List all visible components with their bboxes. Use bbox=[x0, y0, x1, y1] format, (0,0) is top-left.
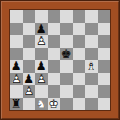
square-d7[interactable] bbox=[48, 23, 61, 36]
square-a4[interactable]: ♟ bbox=[10, 60, 23, 73]
piece-glyph: ♙ bbox=[35, 35, 48, 48]
square-f3[interactable] bbox=[73, 73, 86, 86]
square-e4[interactable] bbox=[60, 60, 73, 73]
square-c3[interactable]: ♟♙ bbox=[35, 73, 48, 86]
white-pawn-a3: ♟♙ bbox=[10, 73, 23, 86]
square-h3[interactable] bbox=[98, 73, 111, 86]
square-a1[interactable]: ♜ bbox=[10, 98, 23, 111]
square-b1[interactable] bbox=[23, 98, 36, 111]
square-b2[interactable]: ♟♙ bbox=[23, 85, 36, 98]
square-e6[interactable] bbox=[60, 35, 73, 48]
piece-glyph: ♜ bbox=[10, 98, 23, 111]
square-d1[interactable]: ♚♔ bbox=[48, 98, 61, 111]
square-f4[interactable] bbox=[73, 60, 86, 73]
white-pawn-b2: ♟♙ bbox=[23, 85, 36, 98]
white-king-d1: ♚♔ bbox=[48, 98, 61, 111]
chess-board: ♟♟♙♚♟♟♝♗♟♙♟♟♙♟♙♜♞♘♚♔ bbox=[10, 10, 110, 110]
square-b5[interactable] bbox=[23, 48, 36, 61]
square-f7[interactable] bbox=[73, 23, 86, 36]
square-g3[interactable] bbox=[85, 73, 98, 86]
square-a7[interactable] bbox=[10, 23, 23, 36]
white-pawn-c3: ♟♙ bbox=[35, 73, 48, 86]
square-a6[interactable] bbox=[10, 35, 23, 48]
piece-glyph: ♙ bbox=[10, 73, 23, 86]
square-e8[interactable] bbox=[60, 10, 73, 23]
square-h4[interactable] bbox=[98, 60, 111, 73]
square-d2[interactable] bbox=[48, 85, 61, 98]
square-g4[interactable]: ♝♗ bbox=[85, 60, 98, 73]
piece-glyph: ♟ bbox=[10, 60, 23, 73]
square-h8[interactable] bbox=[98, 10, 111, 23]
square-c2[interactable] bbox=[35, 85, 48, 98]
piece-glyph: ♙ bbox=[35, 73, 48, 86]
square-g2[interactable] bbox=[85, 85, 98, 98]
square-d4[interactable] bbox=[48, 60, 61, 73]
black-pawn-a4: ♟ bbox=[10, 60, 23, 73]
square-g1[interactable] bbox=[85, 98, 98, 111]
square-g6[interactable] bbox=[85, 35, 98, 48]
black-king-e5: ♚ bbox=[60, 48, 73, 61]
square-e7[interactable] bbox=[60, 23, 73, 36]
white-bishop-g4: ♝♗ bbox=[85, 60, 98, 73]
square-e3[interactable] bbox=[60, 73, 73, 86]
board-frame: ♟♟♙♚♟♟♝♗♟♙♟♟♙♟♙♜♞♘♚♔ bbox=[0, 0, 120, 120]
black-rook-a1: ♜ bbox=[10, 98, 23, 111]
square-b7[interactable] bbox=[23, 23, 36, 36]
black-pawn-c4: ♟ bbox=[35, 60, 48, 73]
square-h6[interactable] bbox=[98, 35, 111, 48]
piece-glyph: ♘ bbox=[35, 98, 48, 111]
square-h7[interactable] bbox=[98, 23, 111, 36]
square-d8[interactable] bbox=[48, 10, 61, 23]
square-d6[interactable] bbox=[48, 35, 61, 48]
square-h2[interactable] bbox=[98, 85, 111, 98]
square-b8[interactable] bbox=[23, 10, 36, 23]
square-f1[interactable] bbox=[73, 98, 86, 111]
square-h1[interactable] bbox=[98, 98, 111, 111]
white-knight-c1: ♞♘ bbox=[35, 98, 48, 111]
square-e1[interactable] bbox=[60, 98, 73, 111]
square-f6[interactable] bbox=[73, 35, 86, 48]
square-g7[interactable] bbox=[85, 23, 98, 36]
piece-glyph: ♙ bbox=[23, 85, 36, 98]
square-a8[interactable] bbox=[10, 10, 23, 23]
square-c6[interactable]: ♟♙ bbox=[35, 35, 48, 48]
square-f8[interactable] bbox=[73, 10, 86, 23]
square-b4[interactable] bbox=[23, 60, 36, 73]
square-c4[interactable]: ♟ bbox=[35, 60, 48, 73]
square-f5[interactable] bbox=[73, 48, 86, 61]
square-c8[interactable] bbox=[35, 10, 48, 23]
square-d3[interactable] bbox=[48, 73, 61, 86]
piece-glyph: ♚ bbox=[60, 48, 73, 61]
square-e5[interactable]: ♚ bbox=[60, 48, 73, 61]
piece-glyph: ♔ bbox=[48, 98, 61, 111]
square-e2[interactable] bbox=[60, 85, 73, 98]
square-d5[interactable] bbox=[48, 48, 61, 61]
square-a2[interactable] bbox=[10, 85, 23, 98]
piece-glyph: ♟ bbox=[35, 60, 48, 73]
square-g8[interactable] bbox=[85, 10, 98, 23]
square-c1[interactable]: ♞♘ bbox=[35, 98, 48, 111]
square-a3[interactable]: ♟♙ bbox=[10, 73, 23, 86]
square-b6[interactable] bbox=[23, 35, 36, 48]
piece-glyph: ♗ bbox=[85, 60, 98, 73]
white-pawn-c6: ♟♙ bbox=[35, 35, 48, 48]
square-f2[interactable] bbox=[73, 85, 86, 98]
square-h5[interactable] bbox=[98, 48, 111, 61]
